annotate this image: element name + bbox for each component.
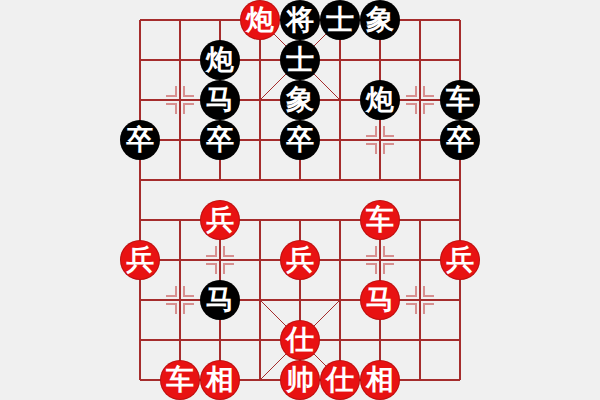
piece-black-chariot[interactable]: 车 — [440, 80, 480, 120]
piece-black-cannon[interactable]: 炮 — [360, 80, 400, 120]
piece-red-pawn[interactable]: 兵 — [200, 200, 240, 240]
piece-red-chariot[interactable]: 车 — [160, 360, 200, 400]
piece-red-pawn[interactable]: 兵 — [120, 240, 160, 280]
piece-black-horse[interactable]: 马 — [200, 280, 240, 320]
piece-black-horse[interactable]: 马 — [200, 80, 240, 120]
piece-red-chariot[interactable]: 车 — [360, 200, 400, 240]
piece-black-pawn[interactable]: 卒 — [200, 120, 240, 160]
piece-black-king[interactable]: 将 — [280, 0, 320, 40]
piece-black-elephant[interactable]: 象 — [280, 80, 320, 120]
piece-black-pawn[interactable]: 卒 — [280, 120, 320, 160]
piece-red-advisor[interactable]: 仕 — [280, 320, 320, 360]
piece-red-horse[interactable]: 马 — [360, 280, 400, 320]
piece-red-advisor[interactable]: 仕 — [320, 360, 360, 400]
xiangqi-board[interactable]: 炮将士象炮士马象炮车卒卒卒卒兵车兵兵兵马马仕车相帅仕相 — [120, 0, 480, 400]
piece-black-pawn[interactable]: 卒 — [440, 120, 480, 160]
piece-red-pawn[interactable]: 兵 — [280, 240, 320, 280]
piece-black-cannon[interactable]: 炮 — [200, 40, 240, 80]
piece-black-pawn[interactable]: 卒 — [120, 120, 160, 160]
piece-black-advisor[interactable]: 士 — [320, 0, 360, 40]
piece-red-cannon[interactable]: 炮 — [240, 0, 280, 40]
piece-black-elephant[interactable]: 象 — [360, 0, 400, 40]
xiangqi-app: 炮将士象炮士马象炮车卒卒卒卒兵车兵兵兵马马仕车相帅仕相 — [0, 0, 600, 400]
piece-red-elephant[interactable]: 相 — [360, 360, 400, 400]
piece-red-elephant[interactable]: 相 — [200, 360, 240, 400]
piece-red-king[interactable]: 帅 — [280, 360, 320, 400]
piece-black-advisor[interactable]: 士 — [280, 40, 320, 80]
piece-red-pawn[interactable]: 兵 — [440, 240, 480, 280]
